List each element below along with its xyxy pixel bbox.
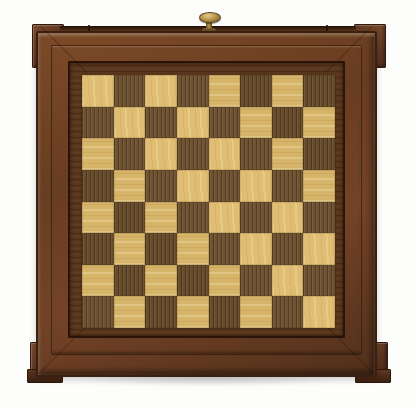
square-e6[interactable] <box>209 138 241 170</box>
square-b5[interactable] <box>114 170 146 202</box>
square-d7[interactable] <box>177 107 209 139</box>
square-d3[interactable] <box>177 233 209 265</box>
square-c1[interactable] <box>145 296 177 328</box>
brass-drawer-knob-icon <box>199 12 221 23</box>
square-g5[interactable] <box>272 170 304 202</box>
square-a6[interactable] <box>82 138 114 170</box>
square-d8[interactable] <box>177 75 209 107</box>
square-a4[interactable] <box>82 202 114 234</box>
square-b1[interactable] <box>114 296 146 328</box>
square-b4[interactable] <box>114 202 146 234</box>
square-f4[interactable] <box>240 202 272 234</box>
square-h1[interactable] <box>303 296 335 328</box>
square-c7[interactable] <box>145 107 177 139</box>
square-a3[interactable] <box>82 233 114 265</box>
square-d1[interactable] <box>177 296 209 328</box>
square-d4[interactable] <box>177 202 209 234</box>
square-h3[interactable] <box>303 233 335 265</box>
square-f5[interactable] <box>240 170 272 202</box>
square-c8[interactable] <box>145 75 177 107</box>
square-c3[interactable] <box>145 233 177 265</box>
square-e8[interactable] <box>209 75 241 107</box>
square-g6[interactable] <box>272 138 304 170</box>
square-g3[interactable] <box>272 233 304 265</box>
square-f2[interactable] <box>240 265 272 297</box>
square-f3[interactable] <box>240 233 272 265</box>
square-g7[interactable] <box>272 107 304 139</box>
square-c2[interactable] <box>145 265 177 297</box>
photo-description: Overhead product photo of an empty inlai… <box>0 0 1 1</box>
square-b3[interactable] <box>114 233 146 265</box>
square-f6[interactable] <box>240 138 272 170</box>
square-f1[interactable] <box>240 296 272 328</box>
square-f7[interactable] <box>240 107 272 139</box>
chessboard-frame <box>36 31 377 377</box>
square-c6[interactable] <box>145 138 177 170</box>
square-e4[interactable] <box>209 202 241 234</box>
product-photo-background: Overhead product photo of an empty inlai… <box>0 0 416 408</box>
square-c4[interactable] <box>145 202 177 234</box>
square-h5[interactable] <box>303 170 335 202</box>
square-e5[interactable] <box>209 170 241 202</box>
square-d5[interactable] <box>177 170 209 202</box>
square-b6[interactable] <box>114 138 146 170</box>
square-d2[interactable] <box>177 265 209 297</box>
chessboard-grid <box>82 75 335 328</box>
square-h6[interactable] <box>303 138 335 170</box>
square-g4[interactable] <box>272 202 304 234</box>
square-a2[interactable] <box>82 265 114 297</box>
square-h2[interactable] <box>303 265 335 297</box>
square-h7[interactable] <box>303 107 335 139</box>
square-b8[interactable] <box>114 75 146 107</box>
square-e2[interactable] <box>209 265 241 297</box>
square-b7[interactable] <box>114 107 146 139</box>
square-c5[interactable] <box>145 170 177 202</box>
square-f8[interactable] <box>240 75 272 107</box>
square-e7[interactable] <box>209 107 241 139</box>
square-e1[interactable] <box>209 296 241 328</box>
square-g2[interactable] <box>272 265 304 297</box>
square-a8[interactable] <box>82 75 114 107</box>
square-b2[interactable] <box>114 265 146 297</box>
square-h8[interactable] <box>303 75 335 107</box>
square-d6[interactable] <box>177 138 209 170</box>
square-g8[interactable] <box>272 75 304 107</box>
square-a7[interactable] <box>82 107 114 139</box>
square-e3[interactable] <box>209 233 241 265</box>
square-g1[interactable] <box>272 296 304 328</box>
square-h4[interactable] <box>303 202 335 234</box>
square-a1[interactable] <box>82 296 114 328</box>
square-a5[interactable] <box>82 170 114 202</box>
